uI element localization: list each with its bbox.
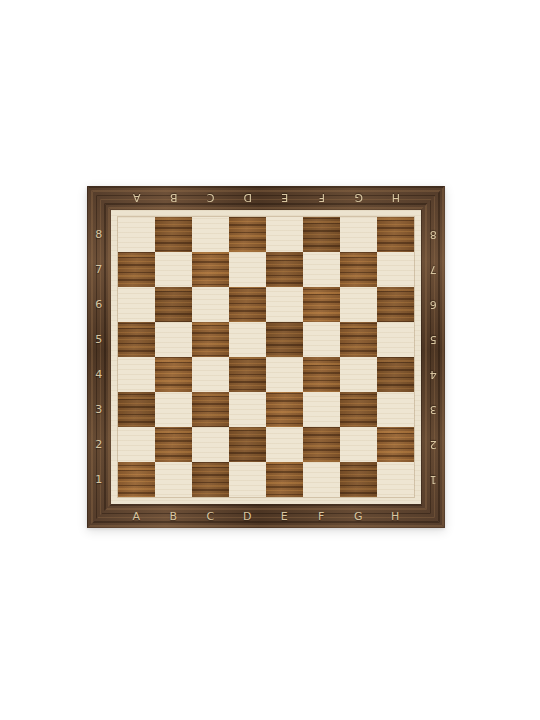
square-e5[interactable] — [266, 322, 303, 357]
square-a8[interactable] — [118, 217, 155, 252]
square-g2[interactable] — [340, 427, 377, 462]
square-a3[interactable] — [118, 392, 155, 427]
square-d4[interactable] — [229, 357, 266, 392]
square-d3[interactable] — [229, 392, 266, 427]
square-g1[interactable] — [340, 462, 377, 497]
board-squares — [118, 217, 414, 497]
square-d2[interactable] — [229, 427, 266, 462]
square-e8[interactable] — [266, 217, 303, 252]
square-e6[interactable] — [266, 287, 303, 322]
square-d8[interactable] — [229, 217, 266, 252]
square-b5[interactable] — [155, 322, 192, 357]
square-e2[interactable] — [266, 427, 303, 462]
square-g3[interactable] — [340, 392, 377, 427]
square-c4[interactable] — [192, 357, 229, 392]
square-e1[interactable] — [266, 462, 303, 497]
square-h2[interactable] — [377, 427, 414, 462]
square-g8[interactable] — [340, 217, 377, 252]
square-f3[interactable] — [303, 392, 340, 427]
photo-background: ABCDEFGH ABCDEFGH 87654321 87654321 — [0, 0, 540, 720]
square-h8[interactable] — [377, 217, 414, 252]
square-e4[interactable] — [266, 357, 303, 392]
square-f6[interactable] — [303, 287, 340, 322]
square-f1[interactable] — [303, 462, 340, 497]
square-e7[interactable] — [266, 252, 303, 287]
square-e3[interactable] — [266, 392, 303, 427]
square-c3[interactable] — [192, 392, 229, 427]
square-c6[interactable] — [192, 287, 229, 322]
square-d1[interactable] — [229, 462, 266, 497]
square-h7[interactable] — [377, 252, 414, 287]
square-g4[interactable] — [340, 357, 377, 392]
square-b4[interactable] — [155, 357, 192, 392]
board-frame-right — [421, 186, 445, 528]
square-a2[interactable] — [118, 427, 155, 462]
square-f4[interactable] — [303, 357, 340, 392]
square-b2[interactable] — [155, 427, 192, 462]
square-f2[interactable] — [303, 427, 340, 462]
square-c8[interactable] — [192, 217, 229, 252]
square-f8[interactable] — [303, 217, 340, 252]
square-b6[interactable] — [155, 287, 192, 322]
board-frame-bottom — [87, 504, 445, 528]
square-g7[interactable] — [340, 252, 377, 287]
square-h5[interactable] — [377, 322, 414, 357]
square-a1[interactable] — [118, 462, 155, 497]
square-b8[interactable] — [155, 217, 192, 252]
square-g6[interactable] — [340, 287, 377, 322]
square-c5[interactable] — [192, 322, 229, 357]
square-c1[interactable] — [192, 462, 229, 497]
square-d5[interactable] — [229, 322, 266, 357]
square-c2[interactable] — [192, 427, 229, 462]
square-d6[interactable] — [229, 287, 266, 322]
chess-board: ABCDEFGH ABCDEFGH 87654321 87654321 — [87, 186, 445, 528]
square-h3[interactable] — [377, 392, 414, 427]
square-d7[interactable] — [229, 252, 266, 287]
square-b3[interactable] — [155, 392, 192, 427]
square-g5[interactable] — [340, 322, 377, 357]
square-h4[interactable] — [377, 357, 414, 392]
square-a5[interactable] — [118, 322, 155, 357]
square-f7[interactable] — [303, 252, 340, 287]
square-a6[interactable] — [118, 287, 155, 322]
square-h1[interactable] — [377, 462, 414, 497]
square-b1[interactable] — [155, 462, 192, 497]
square-a4[interactable] — [118, 357, 155, 392]
square-h6[interactable] — [377, 287, 414, 322]
square-b7[interactable] — [155, 252, 192, 287]
board-frame-left — [87, 186, 111, 528]
board-frame-top — [87, 186, 445, 210]
square-c7[interactable] — [192, 252, 229, 287]
square-f5[interactable] — [303, 322, 340, 357]
square-a7[interactable] — [118, 252, 155, 287]
